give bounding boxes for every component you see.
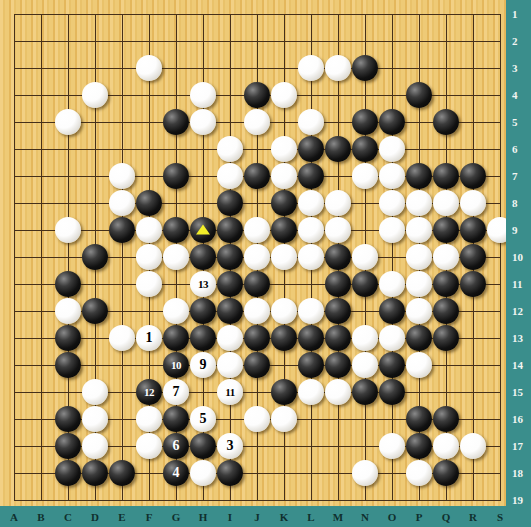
board-intersection-K10[interactable] — [271, 244, 298, 271]
board-intersection-F15[interactable]: 12 — [136, 379, 163, 406]
board-intersection-K1[interactable] — [271, 1, 298, 28]
board-intersection-I1[interactable] — [217, 1, 244, 28]
board-intersection-B13[interactable] — [28, 325, 55, 352]
board-intersection-G10[interactable] — [163, 244, 190, 271]
board-intersection-Q15[interactable] — [433, 379, 460, 406]
board-intersection-H1[interactable] — [190, 1, 217, 28]
board-intersection-M15[interactable] — [325, 379, 352, 406]
board-intersection-B6[interactable] — [28, 136, 55, 163]
board-intersection-J18[interactable] — [244, 460, 271, 487]
board-intersection-M1[interactable] — [325, 1, 352, 28]
board-intersection-H13[interactable] — [190, 325, 217, 352]
board-intersection-J12[interactable] — [244, 298, 271, 325]
board-intersection-J13[interactable] — [244, 325, 271, 352]
board-intersection-D14[interactable] — [82, 352, 109, 379]
board-intersection-P3[interactable] — [406, 55, 433, 82]
board-intersection-O5[interactable] — [379, 109, 406, 136]
board-intersection-F16[interactable] — [136, 406, 163, 433]
board-intersection-J15[interactable] — [244, 379, 271, 406]
board-intersection-L4[interactable] — [298, 82, 325, 109]
board-intersection-A5[interactable] — [1, 109, 28, 136]
board-intersection-R8[interactable] — [460, 190, 487, 217]
board-intersection-G16[interactable] — [163, 406, 190, 433]
board-intersection-G9[interactable] — [163, 217, 190, 244]
board-intersection-R9[interactable] — [460, 217, 487, 244]
board-intersection-J4[interactable] — [244, 82, 271, 109]
board-intersection-O14[interactable] — [379, 352, 406, 379]
board-intersection-F11[interactable] — [136, 271, 163, 298]
board-intersection-B18[interactable] — [28, 460, 55, 487]
board-intersection-C15[interactable] — [55, 379, 82, 406]
board-intersection-N3[interactable] — [352, 55, 379, 82]
board-intersection-J2[interactable] — [244, 28, 271, 55]
board-intersection-N12[interactable] — [352, 298, 379, 325]
board-intersection-K11[interactable] — [271, 271, 298, 298]
board-intersection-A4[interactable] — [1, 82, 28, 109]
board-intersection-H4[interactable] — [190, 82, 217, 109]
board-intersection-Q12[interactable] — [433, 298, 460, 325]
board-intersection-D10[interactable] — [82, 244, 109, 271]
board-intersection-K6[interactable] — [271, 136, 298, 163]
board-intersection-K3[interactable] — [271, 55, 298, 82]
board-intersection-L16[interactable] — [298, 406, 325, 433]
board-intersection-P4[interactable] — [406, 82, 433, 109]
board-intersection-N8[interactable] — [352, 190, 379, 217]
board-intersection-L3[interactable] — [298, 55, 325, 82]
board-intersection-G12[interactable] — [163, 298, 190, 325]
board-intersection-D12[interactable] — [82, 298, 109, 325]
board-intersection-N4[interactable] — [352, 82, 379, 109]
board-intersection-J6[interactable] — [244, 136, 271, 163]
board-intersection-H15[interactable] — [190, 379, 217, 406]
board-intersection-L10[interactable] — [298, 244, 325, 271]
board-intersection-H7[interactable] — [190, 163, 217, 190]
board-intersection-F10[interactable] — [136, 244, 163, 271]
board-intersection-Q18[interactable] — [433, 460, 460, 487]
board-intersection-M16[interactable] — [325, 406, 352, 433]
board-intersection-N9[interactable] — [352, 217, 379, 244]
board-intersection-R5[interactable] — [460, 109, 487, 136]
board-intersection-C9[interactable] — [55, 217, 82, 244]
board-intersection-I17[interactable]: 3 — [217, 433, 244, 460]
board-intersection-A8[interactable] — [1, 190, 28, 217]
board-intersection-P6[interactable] — [406, 136, 433, 163]
board-intersection-R15[interactable] — [460, 379, 487, 406]
board-intersection-H11[interactable]: 13 — [190, 271, 217, 298]
board-intersection-D1[interactable] — [82, 1, 109, 28]
board-intersection-L18[interactable] — [298, 460, 325, 487]
board-intersection-C11[interactable] — [55, 271, 82, 298]
board-intersection-M17[interactable] — [325, 433, 352, 460]
board-intersection-Q16[interactable] — [433, 406, 460, 433]
board-intersection-B4[interactable] — [28, 82, 55, 109]
board-intersection-N6[interactable] — [352, 136, 379, 163]
board-intersection-B17[interactable] — [28, 433, 55, 460]
board-intersection-I10[interactable] — [217, 244, 244, 271]
board-intersection-O15[interactable] — [379, 379, 406, 406]
board-intersection-L13[interactable] — [298, 325, 325, 352]
board-intersection-M2[interactable] — [325, 28, 352, 55]
board-intersection-C13[interactable] — [55, 325, 82, 352]
board-intersection-O2[interactable] — [379, 28, 406, 55]
board-intersection-D2[interactable] — [82, 28, 109, 55]
board-intersection-D9[interactable] — [82, 217, 109, 244]
board-intersection-Q11[interactable] — [433, 271, 460, 298]
board-intersection-I7[interactable] — [217, 163, 244, 190]
board-intersection-B3[interactable] — [28, 55, 55, 82]
board-intersection-D15[interactable] — [82, 379, 109, 406]
board-intersection-A13[interactable] — [1, 325, 28, 352]
board-intersection-R14[interactable] — [460, 352, 487, 379]
board-intersection-M6[interactable] — [325, 136, 352, 163]
board-intersection-I9[interactable] — [217, 217, 244, 244]
board-intersection-H6[interactable] — [190, 136, 217, 163]
board-intersection-I6[interactable] — [217, 136, 244, 163]
board-intersection-L15[interactable] — [298, 379, 325, 406]
board-intersection-C12[interactable] — [55, 298, 82, 325]
board-intersection-F9[interactable] — [136, 217, 163, 244]
board-intersection-H14[interactable]: 9 — [190, 352, 217, 379]
board-intersection-M10[interactable] — [325, 244, 352, 271]
board-intersection-R17[interactable] — [460, 433, 487, 460]
board-intersection-B7[interactable] — [28, 163, 55, 190]
board-intersection-D8[interactable] — [82, 190, 109, 217]
board-intersection-K13[interactable] — [271, 325, 298, 352]
board-intersection-R2[interactable] — [460, 28, 487, 55]
board-intersection-G6[interactable] — [163, 136, 190, 163]
board-intersection-L9[interactable] — [298, 217, 325, 244]
board-intersection-A9[interactable] — [1, 217, 28, 244]
board-intersection-C7[interactable] — [55, 163, 82, 190]
board-intersection-A16[interactable] — [1, 406, 28, 433]
board-intersection-M8[interactable] — [325, 190, 352, 217]
board-intersection-B14[interactable] — [28, 352, 55, 379]
board-intersection-E5[interactable] — [109, 109, 136, 136]
board-intersection-C17[interactable] — [55, 433, 82, 460]
board-intersection-E1[interactable] — [109, 1, 136, 28]
board-intersection-I2[interactable] — [217, 28, 244, 55]
board-intersection-C4[interactable] — [55, 82, 82, 109]
board-intersection-R16[interactable] — [460, 406, 487, 433]
board-intersection-I8[interactable] — [217, 190, 244, 217]
board-intersection-I18[interactable] — [217, 460, 244, 487]
board-intersection-A15[interactable] — [1, 379, 28, 406]
board-intersection-D13[interactable] — [82, 325, 109, 352]
board-intersection-H8[interactable] — [190, 190, 217, 217]
board-intersection-E6[interactable] — [109, 136, 136, 163]
board-intersection-A2[interactable] — [1, 28, 28, 55]
board-intersection-M13[interactable] — [325, 325, 352, 352]
board-intersection-L8[interactable] — [298, 190, 325, 217]
board-intersection-H9[interactable] — [190, 217, 217, 244]
board-intersection-M7[interactable] — [325, 163, 352, 190]
board-intersection-E3[interactable] — [109, 55, 136, 82]
board-intersection-K5[interactable] — [271, 109, 298, 136]
board-intersection-A11[interactable] — [1, 271, 28, 298]
board-intersection-O7[interactable] — [379, 163, 406, 190]
board-intersection-L1[interactable] — [298, 1, 325, 28]
board-intersection-H12[interactable] — [190, 298, 217, 325]
board-intersection-C1[interactable] — [55, 1, 82, 28]
board-intersection-Q9[interactable] — [433, 217, 460, 244]
board-intersection-I14[interactable] — [217, 352, 244, 379]
board-intersection-R11[interactable] — [460, 271, 487, 298]
board-intersection-O12[interactable] — [379, 298, 406, 325]
board-intersection-M18[interactable] — [325, 460, 352, 487]
board-intersection-F14[interactable] — [136, 352, 163, 379]
board-intersection-F17[interactable] — [136, 433, 163, 460]
board-intersection-N15[interactable] — [352, 379, 379, 406]
board-intersection-M12[interactable] — [325, 298, 352, 325]
board-intersection-N18[interactable] — [352, 460, 379, 487]
board-intersection-D17[interactable] — [82, 433, 109, 460]
board-intersection-D11[interactable] — [82, 271, 109, 298]
board-intersection-N11[interactable] — [352, 271, 379, 298]
board-intersection-B8[interactable] — [28, 190, 55, 217]
board-intersection-E14[interactable] — [109, 352, 136, 379]
board-intersection-K17[interactable] — [271, 433, 298, 460]
board-intersection-C18[interactable] — [55, 460, 82, 487]
board-intersection-K2[interactable] — [271, 28, 298, 55]
board-intersection-I13[interactable] — [217, 325, 244, 352]
board-intersection-J7[interactable] — [244, 163, 271, 190]
board-intersection-G5[interactable] — [163, 109, 190, 136]
board-intersection-D16[interactable] — [82, 406, 109, 433]
board-intersection-G11[interactable] — [163, 271, 190, 298]
board-intersection-F4[interactable] — [136, 82, 163, 109]
board-intersection-K8[interactable] — [271, 190, 298, 217]
board-intersection-G18[interactable]: 4 — [163, 460, 190, 487]
board-intersection-O10[interactable] — [379, 244, 406, 271]
board-intersection-L11[interactable] — [298, 271, 325, 298]
board-intersection-F7[interactable] — [136, 163, 163, 190]
board-intersection-F13[interactable]: 1 — [136, 325, 163, 352]
board-intersection-P8[interactable] — [406, 190, 433, 217]
board-intersection-A14[interactable] — [1, 352, 28, 379]
board-intersection-I4[interactable] — [217, 82, 244, 109]
board-intersection-C5[interactable] — [55, 109, 82, 136]
board-intersection-D5[interactable] — [82, 109, 109, 136]
board-intersection-G17[interactable]: 6 — [163, 433, 190, 460]
board-intersection-B9[interactable] — [28, 217, 55, 244]
board-intersection-F2[interactable] — [136, 28, 163, 55]
board-intersection-N7[interactable] — [352, 163, 379, 190]
board-intersection-C14[interactable] — [55, 352, 82, 379]
board-intersection-I11[interactable] — [217, 271, 244, 298]
board-intersection-B10[interactable] — [28, 244, 55, 271]
board-intersection-C16[interactable] — [55, 406, 82, 433]
board-intersection-R6[interactable] — [460, 136, 487, 163]
board-intersection-E18[interactable] — [109, 460, 136, 487]
board-intersection-J10[interactable] — [244, 244, 271, 271]
board-intersection-R18[interactable] — [460, 460, 487, 487]
board-intersection-Q17[interactable] — [433, 433, 460, 460]
board-intersection-F1[interactable] — [136, 1, 163, 28]
board-intersection-K9[interactable] — [271, 217, 298, 244]
board-intersection-E2[interactable] — [109, 28, 136, 55]
board-intersection-K15[interactable] — [271, 379, 298, 406]
board-intersection-K7[interactable] — [271, 163, 298, 190]
board-intersection-I3[interactable] — [217, 55, 244, 82]
board-intersection-A1[interactable] — [1, 1, 28, 28]
board-intersection-D18[interactable] — [82, 460, 109, 487]
board-intersection-B12[interactable] — [28, 298, 55, 325]
board-intersection-R12[interactable] — [460, 298, 487, 325]
board-intersection-L2[interactable] — [298, 28, 325, 55]
board-intersection-A10[interactable] — [1, 244, 28, 271]
board-intersection-L17[interactable] — [298, 433, 325, 460]
board-intersection-R4[interactable] — [460, 82, 487, 109]
board-intersection-A7[interactable] — [1, 163, 28, 190]
board-intersection-O1[interactable] — [379, 1, 406, 28]
board-intersection-A18[interactable] — [1, 460, 28, 487]
board-intersection-B16[interactable] — [28, 406, 55, 433]
board-intersection-G13[interactable] — [163, 325, 190, 352]
board-intersection-N13[interactable] — [352, 325, 379, 352]
board-intersection-O9[interactable] — [379, 217, 406, 244]
board-intersection-N2[interactable] — [352, 28, 379, 55]
board-intersection-E13[interactable] — [109, 325, 136, 352]
board-intersection-M3[interactable] — [325, 55, 352, 82]
board-intersection-H3[interactable] — [190, 55, 217, 82]
board-intersection-F8[interactable] — [136, 190, 163, 217]
board-intersection-Q7[interactable] — [433, 163, 460, 190]
board-intersection-R3[interactable] — [460, 55, 487, 82]
board-intersection-P2[interactable] — [406, 28, 433, 55]
board-intersection-Q5[interactable] — [433, 109, 460, 136]
board-intersection-K14[interactable] — [271, 352, 298, 379]
board-intersection-B15[interactable] — [28, 379, 55, 406]
board-intersection-E9[interactable] — [109, 217, 136, 244]
board-intersection-F3[interactable] — [136, 55, 163, 82]
board-intersection-M9[interactable] — [325, 217, 352, 244]
board-intersection-E16[interactable] — [109, 406, 136, 433]
board-intersection-E4[interactable] — [109, 82, 136, 109]
board-intersection-K4[interactable] — [271, 82, 298, 109]
board-intersection-K18[interactable] — [271, 460, 298, 487]
board-intersection-E7[interactable] — [109, 163, 136, 190]
board-intersection-G1[interactable] — [163, 1, 190, 28]
board-intersection-N10[interactable] — [352, 244, 379, 271]
board-intersection-O11[interactable] — [379, 271, 406, 298]
board-intersection-Q1[interactable] — [433, 1, 460, 28]
board-intersection-O18[interactable] — [379, 460, 406, 487]
board-intersection-P17[interactable] — [406, 433, 433, 460]
board-intersection-I5[interactable] — [217, 109, 244, 136]
board-intersection-R13[interactable] — [460, 325, 487, 352]
board-intersection-E15[interactable] — [109, 379, 136, 406]
board-intersection-J8[interactable] — [244, 190, 271, 217]
board-intersection-A12[interactable] — [1, 298, 28, 325]
board-intersection-D4[interactable] — [82, 82, 109, 109]
board-intersection-O4[interactable] — [379, 82, 406, 109]
board-intersection-O3[interactable] — [379, 55, 406, 82]
board-intersection-K12[interactable] — [271, 298, 298, 325]
board-intersection-P16[interactable] — [406, 406, 433, 433]
board-intersection-C10[interactable] — [55, 244, 82, 271]
board-intersection-M4[interactable] — [325, 82, 352, 109]
board-intersection-M11[interactable] — [325, 271, 352, 298]
board-intersection-L12[interactable] — [298, 298, 325, 325]
board-intersection-A6[interactable] — [1, 136, 28, 163]
board-intersection-J17[interactable] — [244, 433, 271, 460]
board-intersection-F5[interactable] — [136, 109, 163, 136]
board-intersection-P11[interactable] — [406, 271, 433, 298]
board-intersection-F12[interactable] — [136, 298, 163, 325]
board-intersection-E17[interactable] — [109, 433, 136, 460]
board-intersection-K16[interactable] — [271, 406, 298, 433]
board-intersection-I12[interactable] — [217, 298, 244, 325]
board-intersection-O6[interactable] — [379, 136, 406, 163]
board-intersection-P15[interactable] — [406, 379, 433, 406]
board-intersection-D7[interactable] — [82, 163, 109, 190]
board-intersection-I16[interactable] — [217, 406, 244, 433]
board-intersection-H16[interactable]: 5 — [190, 406, 217, 433]
board-intersection-G8[interactable] — [163, 190, 190, 217]
board-intersection-R10[interactable] — [460, 244, 487, 271]
board-intersection-L5[interactable] — [298, 109, 325, 136]
board-intersection-D6[interactable] — [82, 136, 109, 163]
board-intersection-D3[interactable] — [82, 55, 109, 82]
board-intersection-P10[interactable] — [406, 244, 433, 271]
board-intersection-E12[interactable] — [109, 298, 136, 325]
board-intersection-G14[interactable]: 10 — [163, 352, 190, 379]
board-intersection-J1[interactable] — [244, 1, 271, 28]
board-intersection-Q14[interactable] — [433, 352, 460, 379]
board-intersection-A17[interactable] — [1, 433, 28, 460]
board-intersection-P7[interactable] — [406, 163, 433, 190]
board-intersection-P14[interactable] — [406, 352, 433, 379]
board-intersection-Q8[interactable] — [433, 190, 460, 217]
board-intersection-R1[interactable] — [460, 1, 487, 28]
board-intersection-C6[interactable] — [55, 136, 82, 163]
board-intersection-H2[interactable] — [190, 28, 217, 55]
board-intersection-R7[interactable] — [460, 163, 487, 190]
board-intersection-N14[interactable] — [352, 352, 379, 379]
board-intersection-P12[interactable] — [406, 298, 433, 325]
board-intersection-H18[interactable] — [190, 460, 217, 487]
board-intersection-P18[interactable] — [406, 460, 433, 487]
board-intersection-C8[interactable] — [55, 190, 82, 217]
board-intersection-J9[interactable] — [244, 217, 271, 244]
board-intersection-E11[interactable] — [109, 271, 136, 298]
board-intersection-P5[interactable] — [406, 109, 433, 136]
board-intersection-O17[interactable] — [379, 433, 406, 460]
board-intersection-H5[interactable] — [190, 109, 217, 136]
board-intersection-J16[interactable] — [244, 406, 271, 433]
board-intersection-P9[interactable] — [406, 217, 433, 244]
board-intersection-C3[interactable] — [55, 55, 82, 82]
board-intersection-J3[interactable] — [244, 55, 271, 82]
board-intersection-O16[interactable] — [379, 406, 406, 433]
board-intersection-I15[interactable]: 11 — [217, 379, 244, 406]
board-intersection-M14[interactable] — [325, 352, 352, 379]
board-intersection-H17[interactable] — [190, 433, 217, 460]
board-intersection-Q3[interactable] — [433, 55, 460, 82]
board-intersection-J11[interactable] — [244, 271, 271, 298]
board-intersection-F6[interactable] — [136, 136, 163, 163]
board-intersection-P13[interactable] — [406, 325, 433, 352]
board-intersection-Q4[interactable] — [433, 82, 460, 109]
board-intersection-B2[interactable] — [28, 28, 55, 55]
board-intersection-L14[interactable] — [298, 352, 325, 379]
board-intersection-J14[interactable] — [244, 352, 271, 379]
board-intersection-B11[interactable] — [28, 271, 55, 298]
board-intersection-G7[interactable] — [163, 163, 190, 190]
board-intersection-G3[interactable] — [163, 55, 190, 82]
board-intersection-G15[interactable]: 7 — [163, 379, 190, 406]
board-intersection-F18[interactable] — [136, 460, 163, 487]
